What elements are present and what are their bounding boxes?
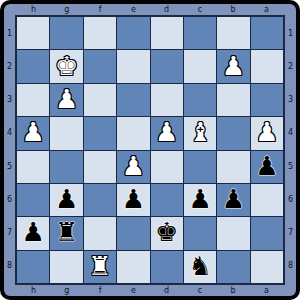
file-label-d: d [150,285,183,296]
square-d7[interactable]: ♚ [151,217,183,249]
square-c2[interactable] [184,50,216,82]
square-f1[interactable] [84,17,116,49]
white-pawn: ♟ [22,119,45,145]
square-b4[interactable] [217,117,249,149]
square-f3[interactable] [84,84,116,116]
square-d1[interactable] [151,17,183,49]
coordinate-band: hgfedcba 12345678 ♚♟♟♟♟♝♟♟♟♟♟♟♟♟♜♚♜♞ 123… [4,4,296,296]
square-b7[interactable] [217,217,249,249]
square-g2[interactable]: ♚ [50,50,82,82]
square-a5[interactable]: ♟ [251,151,283,183]
rank-label-2: 2 [4,50,15,83]
white-bishop: ♝ [188,119,211,145]
square-a8[interactable] [251,251,283,283]
square-h5[interactable] [17,151,49,183]
band-corner-top-right [285,4,296,15]
black-pawn: ♟ [255,153,278,179]
black-king: ♚ [155,219,178,245]
square-e5[interactable]: ♟ [117,151,149,183]
white-king: ♚ [55,53,78,79]
square-c1[interactable] [184,17,216,49]
square-g7[interactable]: ♜ [50,217,82,249]
square-e4[interactable] [117,117,149,149]
rank-label-5: 5 [4,150,15,183]
square-g4[interactable] [50,117,82,149]
black-rook: ♜ [55,219,78,245]
square-a6[interactable] [251,184,283,216]
square-g1[interactable] [50,17,82,49]
square-d8[interactable] [151,251,183,283]
white-pawn: ♟ [155,119,178,145]
square-c8[interactable]: ♞ [184,251,216,283]
square-g3[interactable]: ♟ [50,84,82,116]
band-corner-bottom-left [4,285,15,296]
square-e2[interactable] [117,50,149,82]
black-pawn: ♟ [222,186,245,212]
square-c7[interactable] [184,217,216,249]
rank-label-4: 4 [285,117,296,150]
white-pawn: ♟ [255,119,278,145]
black-pawn: ♟ [122,186,145,212]
square-f5[interactable] [84,151,116,183]
rank-label-3: 3 [4,84,15,117]
square-e1[interactable] [117,17,149,49]
square-f6[interactable] [84,184,116,216]
square-f4[interactable] [84,117,116,149]
square-d3[interactable] [151,84,183,116]
rank-label-6: 6 [4,183,15,216]
square-a1[interactable] [251,17,283,49]
rank-label-7: 7 [4,217,15,250]
white-pawn: ♟ [55,86,78,112]
rank-label-1: 1 [4,17,15,50]
black-pawn: ♟ [22,219,45,245]
square-b5[interactable] [217,151,249,183]
square-f2[interactable] [84,50,116,82]
rank-label-8: 8 [4,250,15,283]
white-pawn: ♟ [222,53,245,79]
rank-labels-left: 12345678 [4,15,15,285]
rank-label-7: 7 [285,217,296,250]
square-h1[interactable] [17,17,49,49]
file-label-g: g [50,4,83,15]
square-g5[interactable] [50,151,82,183]
square-b8[interactable] [217,251,249,283]
square-h6[interactable] [17,184,49,216]
file-label-b: b [217,4,250,15]
square-c3[interactable] [184,84,216,116]
file-label-d: d [150,4,183,15]
square-d5[interactable] [151,151,183,183]
band-corner-top-left [4,4,15,15]
square-a2[interactable] [251,50,283,82]
rank-label-3: 3 [285,84,296,117]
square-a7[interactable] [251,217,283,249]
file-label-g: g [50,285,83,296]
file-label-a: a [250,4,283,15]
black-pawn: ♟ [55,186,78,212]
chess-board: ♚♟♟♟♟♝♟♟♟♟♟♟♟♟♜♚♜♞ [15,15,285,285]
square-e8[interactable] [117,251,149,283]
file-labels-top: hgfedcba [15,4,285,15]
square-b1[interactable] [217,17,249,49]
square-b3[interactable] [217,84,249,116]
square-b6[interactable]: ♟ [217,184,249,216]
rank-labels-right: 12345678 [285,15,296,285]
rank-label-5: 5 [285,150,296,183]
square-h2[interactable] [17,50,49,82]
rank-label-4: 4 [4,117,15,150]
file-label-e: e [117,285,150,296]
square-d2[interactable] [151,50,183,82]
square-c4[interactable]: ♝ [184,117,216,149]
black-knight: ♞ [188,253,211,279]
square-c6[interactable]: ♟ [184,184,216,216]
square-f7[interactable] [84,217,116,249]
square-f8[interactable]: ♜ [84,251,116,283]
chess-diagram-frame: hgfedcba 12345678 ♚♟♟♟♟♝♟♟♟♟♟♟♟♟♜♚♜♞ 123… [0,0,300,300]
black-pawn: ♟ [188,186,211,212]
square-b2[interactable]: ♟ [217,50,249,82]
square-h4[interactable]: ♟ [17,117,49,149]
square-c5[interactable] [184,151,216,183]
file-label-b: b [217,285,250,296]
rank-label-6: 6 [285,183,296,216]
file-label-f: f [84,285,117,296]
square-g8[interactable] [50,251,82,283]
file-label-f: f [84,4,117,15]
rank-label-2: 2 [285,50,296,83]
square-h8[interactable] [17,251,49,283]
square-e3[interactable] [117,84,149,116]
square-a4[interactable]: ♟ [251,117,283,149]
square-d4[interactable]: ♟ [151,117,183,149]
square-h3[interactable] [17,84,49,116]
file-labels-bottom: hgfedcba [15,285,285,296]
file-label-e: e [117,4,150,15]
square-e7[interactable] [117,217,149,249]
square-e6[interactable]: ♟ [117,184,149,216]
square-d6[interactable] [151,184,183,216]
file-label-a: a [250,285,283,296]
white-pawn: ♟ [122,153,145,179]
file-label-h: h [17,4,50,15]
file-label-c: c [183,285,216,296]
square-a3[interactable] [251,84,283,116]
file-label-c: c [183,4,216,15]
rank-label-1: 1 [285,17,296,50]
file-label-h: h [17,285,50,296]
band-corner-bottom-right [285,285,296,296]
white-rook: ♜ [88,253,111,279]
square-h7[interactable]: ♟ [17,217,49,249]
rank-label-8: 8 [285,250,296,283]
square-g6[interactable]: ♟ [50,184,82,216]
